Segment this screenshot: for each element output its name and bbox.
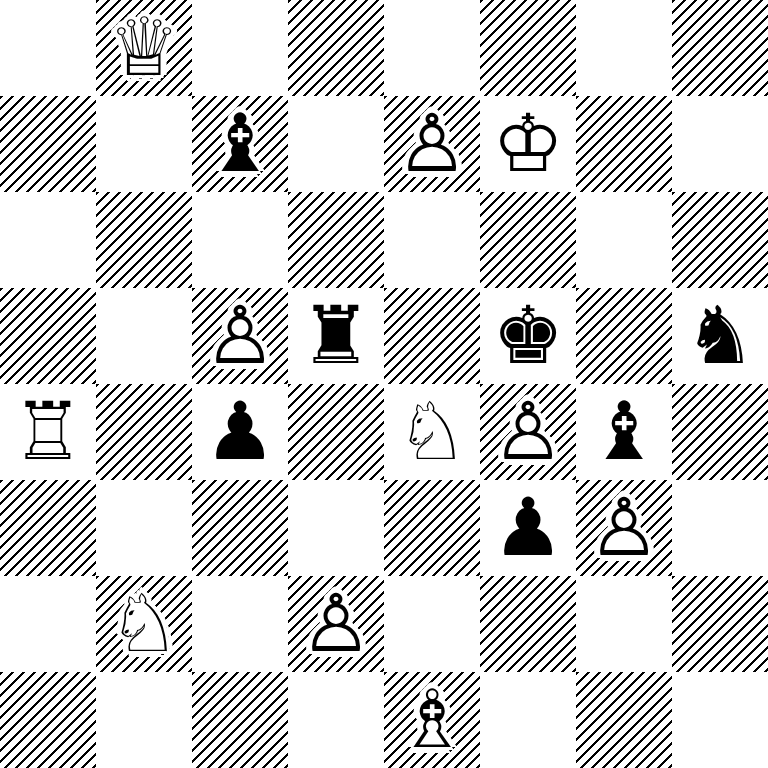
square-e1[interactable]: ♝♗ [384,672,480,768]
square-f2[interactable] [480,576,576,672]
square-h5[interactable]: ♞♞ [672,288,768,384]
square-g1[interactable] [576,672,672,768]
square-c2[interactable] [192,576,288,672]
piece-fill-white-knight: ♞ [384,384,480,480]
square-h6[interactable] [672,192,768,288]
piece-fill-white-bishop: ♝ [384,672,480,768]
square-a1[interactable] [0,672,96,768]
square-b5[interactable] [96,288,192,384]
square-e7[interactable]: ♟♙ [384,96,480,192]
piece-fill-white-pawn: ♟ [192,288,288,384]
piece-fill-black-pawn: ♟ [480,480,576,576]
piece-black-king: ♚ [480,288,576,384]
piece-fill-black-bishop: ♝ [192,96,288,192]
square-a7[interactable] [0,96,96,192]
square-b4[interactable] [96,384,192,480]
square-e4[interactable]: ♞♘ [384,384,480,480]
square-d1[interactable] [288,672,384,768]
square-g2[interactable] [576,576,672,672]
square-f5[interactable]: ♚♚ [480,288,576,384]
square-d5[interactable]: ♜♜ [288,288,384,384]
square-f6[interactable] [480,192,576,288]
piece-white-pawn: ♙ [576,480,672,576]
square-h3[interactable] [672,480,768,576]
piece-white-bishop: ♗ [384,672,480,768]
square-a4[interactable]: ♜♖ [0,384,96,480]
piece-fill-black-bishop: ♝ [576,384,672,480]
square-g7[interactable] [576,96,672,192]
square-a3[interactable] [0,480,96,576]
piece-fill-black-king: ♚ [480,288,576,384]
square-e6[interactable] [384,192,480,288]
square-f7[interactable]: ♚♔ [480,96,576,192]
square-a5[interactable] [0,288,96,384]
square-g6[interactable] [576,192,672,288]
piece-fill-black-pawn: ♟ [192,384,288,480]
square-e2[interactable] [384,576,480,672]
piece-white-pawn: ♙ [480,384,576,480]
piece-fill-black-knight: ♞ [672,288,768,384]
piece-white-pawn: ♙ [192,288,288,384]
square-c8[interactable] [192,0,288,96]
square-a6[interactable] [0,192,96,288]
piece-fill-white-pawn: ♟ [384,96,480,192]
piece-black-rook: ♜ [288,288,384,384]
piece-white-knight: ♘ [384,384,480,480]
square-b7[interactable] [96,96,192,192]
square-d8[interactable] [288,0,384,96]
piece-fill-black-rook: ♜ [288,288,384,384]
piece-fill-white-king: ♚ [480,96,576,192]
square-a2[interactable] [0,576,96,672]
piece-fill-white-pawn: ♟ [288,576,384,672]
square-h4[interactable] [672,384,768,480]
square-c4[interactable]: ♟♟ [192,384,288,480]
square-g4[interactable]: ♝♝ [576,384,672,480]
square-g3[interactable]: ♟♙ [576,480,672,576]
square-h2[interactable] [672,576,768,672]
square-f1[interactable] [480,672,576,768]
square-d6[interactable] [288,192,384,288]
square-b3[interactable] [96,480,192,576]
square-d2[interactable]: ♟♙ [288,576,384,672]
square-d7[interactable] [288,96,384,192]
piece-fill-white-queen: ♛ [96,0,192,96]
piece-fill-white-knight: ♞ [96,576,192,672]
piece-white-pawn: ♙ [288,576,384,672]
square-c7[interactable]: ♝♝ [192,96,288,192]
square-c3[interactable] [192,480,288,576]
square-h1[interactable] [672,672,768,768]
square-f4[interactable]: ♟♙ [480,384,576,480]
square-h7[interactable] [672,96,768,192]
square-e5[interactable] [384,288,480,384]
square-c5[interactable]: ♟♙ [192,288,288,384]
square-d3[interactable] [288,480,384,576]
piece-black-pawn: ♟ [192,384,288,480]
square-d4[interactable] [288,384,384,480]
square-a8[interactable] [0,0,96,96]
piece-black-bishop: ♝ [576,384,672,480]
square-c1[interactable] [192,672,288,768]
chess-board: ♛♕♝♝♟♙♚♔♟♙♜♜♚♚♞♞♜♖♟♟♞♘♟♙♝♝♟♟♟♙♞♘♟♙♝♗ [0,0,768,768]
piece-white-pawn: ♙ [384,96,480,192]
piece-white-queen: ♕ [96,0,192,96]
piece-black-pawn: ♟ [480,480,576,576]
square-f8[interactable] [480,0,576,96]
square-g8[interactable] [576,0,672,96]
square-g5[interactable] [576,288,672,384]
square-e3[interactable] [384,480,480,576]
square-e8[interactable] [384,0,480,96]
piece-white-knight: ♘ [96,576,192,672]
piece-fill-white-rook: ♜ [0,384,96,480]
square-c6[interactable] [192,192,288,288]
square-b2[interactable]: ♞♘ [96,576,192,672]
chess-diagram: ♛♕♝♝♟♙♚♔♟♙♜♜♚♚♞♞♜♖♟♟♞♘♟♙♝♝♟♟♟♙♞♘♟♙♝♗ [0,0,768,768]
square-h8[interactable] [672,0,768,96]
piece-fill-white-pawn: ♟ [480,384,576,480]
piece-fill-white-pawn: ♟ [576,480,672,576]
square-f3[interactable]: ♟♟ [480,480,576,576]
square-b8[interactable]: ♛♕ [96,0,192,96]
square-b1[interactable] [96,672,192,768]
piece-black-bishop: ♝ [192,96,288,192]
piece-black-knight: ♞ [672,288,768,384]
piece-white-rook: ♖ [0,384,96,480]
square-b6[interactable] [96,192,192,288]
piece-white-king: ♔ [480,96,576,192]
